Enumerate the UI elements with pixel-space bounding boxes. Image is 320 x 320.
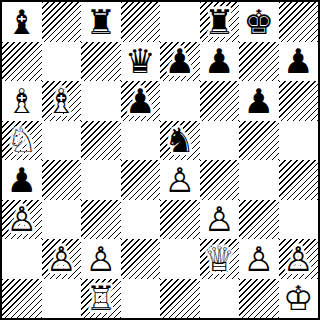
square-b6[interactable]: ♗ xyxy=(42,81,82,121)
square-e2[interactable] xyxy=(160,239,200,279)
square-a6[interactable]: ♗ xyxy=(2,81,42,121)
piece-black-pawn: ♟ xyxy=(204,44,234,78)
square-d6[interactable]: ♟ xyxy=(121,81,161,121)
piece-black-king: ♚ xyxy=(244,5,274,39)
piece-black-pawn: ♟ xyxy=(244,84,274,118)
square-b5[interactable] xyxy=(42,121,82,161)
square-b7[interactable] xyxy=(42,42,82,82)
square-e1[interactable] xyxy=(160,279,200,319)
square-d5[interactable] xyxy=(121,121,161,161)
square-c2[interactable]: ♙ xyxy=(81,239,121,279)
square-b1[interactable] xyxy=(42,279,82,319)
square-c1[interactable]: ♖ xyxy=(81,279,121,319)
square-f2[interactable]: ♕ xyxy=(200,239,240,279)
square-f1[interactable] xyxy=(200,279,240,319)
square-e8[interactable] xyxy=(160,2,200,42)
square-d4[interactable] xyxy=(121,160,161,200)
piece-white-king: ♔ xyxy=(283,281,313,315)
square-h7[interactable]: ♟ xyxy=(279,42,319,82)
square-a2[interactable] xyxy=(2,239,42,279)
square-g7[interactable] xyxy=(239,42,279,82)
square-f7[interactable]: ♟ xyxy=(200,42,240,82)
square-a4[interactable]: ♟ xyxy=(2,160,42,200)
piece-black-rook: ♜ xyxy=(204,5,234,39)
square-b8[interactable] xyxy=(42,2,82,42)
square-f6[interactable] xyxy=(200,81,240,121)
piece-black-pawn: ♟ xyxy=(7,163,37,197)
square-h3[interactable] xyxy=(279,200,319,240)
piece-black-pawn: ♟ xyxy=(283,44,313,78)
square-a8[interactable]: ♝ xyxy=(2,2,42,42)
square-h8[interactable] xyxy=(279,2,319,42)
square-d2[interactable] xyxy=(121,239,161,279)
piece-white-bishop: ♗ xyxy=(7,84,37,118)
piece-black-pawn: ♟ xyxy=(125,84,155,118)
square-f3[interactable]: ♙ xyxy=(200,200,240,240)
square-g4[interactable] xyxy=(239,160,279,200)
square-h1[interactable]: ♔ xyxy=(279,279,319,319)
square-e5[interactable]: ♞ xyxy=(160,121,200,161)
square-g6[interactable]: ♟ xyxy=(239,81,279,121)
piece-white-queen: ♕ xyxy=(204,242,234,276)
piece-white-pawn: ♙ xyxy=(46,242,76,276)
square-b4[interactable] xyxy=(42,160,82,200)
square-h4[interactable] xyxy=(279,160,319,200)
square-a3[interactable]: ♙ xyxy=(2,200,42,240)
piece-white-pawn: ♙ xyxy=(86,242,116,276)
piece-black-knight: ♞ xyxy=(165,123,195,157)
square-a7[interactable] xyxy=(2,42,42,82)
square-d8[interactable] xyxy=(121,2,161,42)
piece-white-pawn: ♙ xyxy=(204,202,234,236)
piece-white-bishop: ♗ xyxy=(46,84,76,118)
square-d7[interactable]: ♛ xyxy=(121,42,161,82)
square-e6[interactable] xyxy=(160,81,200,121)
piece-black-queen: ♛ xyxy=(125,44,155,78)
piece-black-bishop: ♝ xyxy=(7,5,37,39)
piece-white-rook: ♖ xyxy=(86,281,116,315)
square-f8[interactable]: ♜ xyxy=(200,2,240,42)
square-c7[interactable] xyxy=(81,42,121,82)
square-h2[interactable]: ♙ xyxy=(279,239,319,279)
square-c6[interactable] xyxy=(81,81,121,121)
square-f4[interactable] xyxy=(200,160,240,200)
square-e7[interactable]: ♟ xyxy=(160,42,200,82)
piece-white-pawn: ♙ xyxy=(7,202,37,236)
square-g3[interactable] xyxy=(239,200,279,240)
piece-black-rook: ♜ xyxy=(86,5,116,39)
piece-white-pawn: ♙ xyxy=(283,242,313,276)
square-g8[interactable]: ♚ xyxy=(239,2,279,42)
piece-white-pawn: ♙ xyxy=(165,163,195,197)
square-c5[interactable] xyxy=(81,121,121,161)
square-a1[interactable] xyxy=(2,279,42,319)
piece-black-pawn: ♟ xyxy=(165,44,195,78)
square-g2[interactable]: ♙ xyxy=(239,239,279,279)
square-c3[interactable] xyxy=(81,200,121,240)
square-h6[interactable] xyxy=(279,81,319,121)
square-a5[interactable]: ♘ xyxy=(2,121,42,161)
square-g1[interactable] xyxy=(239,279,279,319)
chess-board: ♝♜♜♚♛♟♟♟♗♗♟♟♘♞♟♙♙♙♙♙♕♙♙♖♔ xyxy=(0,0,320,320)
square-d1[interactable] xyxy=(121,279,161,319)
square-b2[interactable]: ♙ xyxy=(42,239,82,279)
square-e3[interactable] xyxy=(160,200,200,240)
square-c8[interactable]: ♜ xyxy=(81,2,121,42)
square-h5[interactable] xyxy=(279,121,319,161)
square-e4[interactable]: ♙ xyxy=(160,160,200,200)
square-b3[interactable] xyxy=(42,200,82,240)
square-c4[interactable] xyxy=(81,160,121,200)
piece-white-knight: ♘ xyxy=(7,123,37,157)
square-g5[interactable] xyxy=(239,121,279,161)
square-d3[interactable] xyxy=(121,200,161,240)
square-f5[interactable] xyxy=(200,121,240,161)
piece-white-pawn: ♙ xyxy=(244,242,274,276)
